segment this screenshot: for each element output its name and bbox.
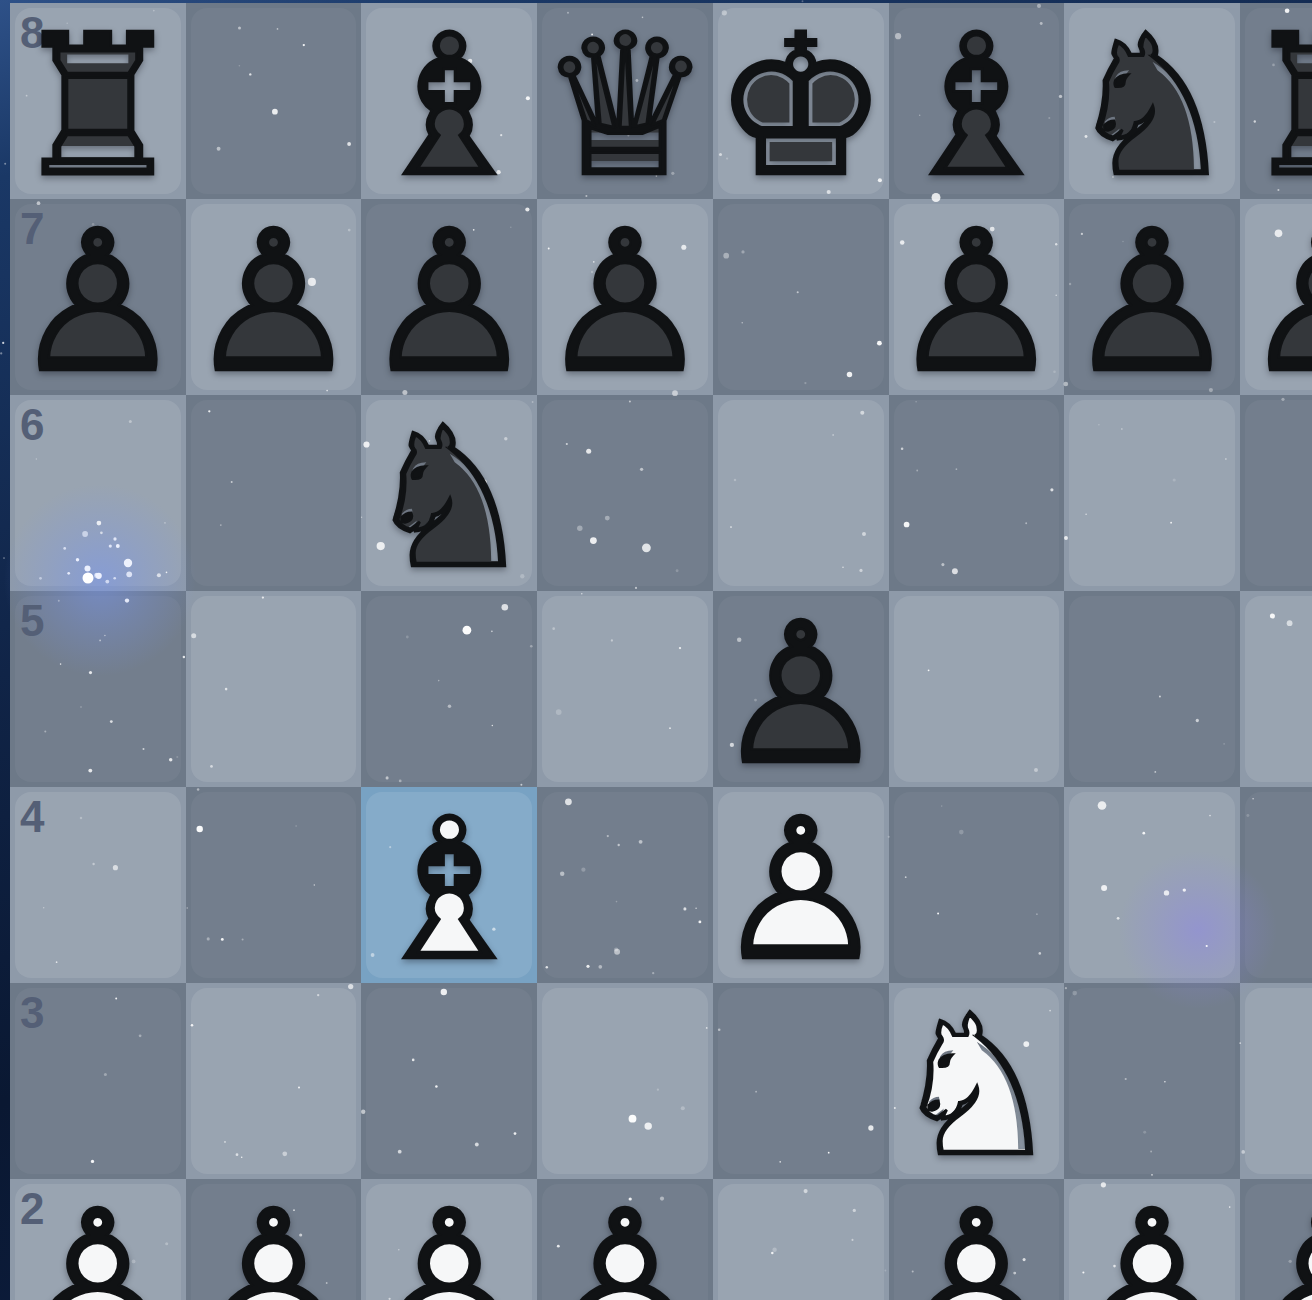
square-h7[interactable]: ♟♙ [1240,199,1312,395]
square-h8[interactable]: ♜♖ [1240,3,1312,199]
black-pawn-outline: ♙ [889,204,1065,400]
square-a7[interactable]: 7♟♙ [10,199,186,395]
piece-black-knight[interactable]: ♞♘ [361,395,537,591]
black-knight-outline: ♘ [1064,8,1240,204]
piece-black-pawn[interactable]: ♟♙ [537,199,713,395]
square-f3[interactable]: ♞♘ [889,983,1065,1179]
white-pawn-outline: ♙ [186,1184,362,1300]
rank-label-3: 3 [20,991,44,1035]
piece-white-bishop[interactable]: ♝♗ [361,787,537,983]
square-c8[interactable]: ♝♗ [361,3,537,199]
black-pawn-outline: ♙ [713,596,889,792]
piece-black-pawn[interactable]: ♟♙ [361,199,537,395]
square-h3[interactable] [1240,983,1312,1179]
square-tile [15,988,181,1174]
square-d3[interactable] [537,983,713,1179]
square-d7[interactable]: ♟♙ [537,199,713,395]
square-b6[interactable] [186,395,362,591]
square-a5[interactable]: 5 [10,591,186,787]
piece-white-pawn[interactable]: ♟♙ [361,1179,537,1300]
square-e6[interactable] [713,395,889,591]
piece-white-knight[interactable]: ♞♘ [889,983,1065,1179]
square-d4[interactable] [537,787,713,983]
square-a4[interactable]: 4 [10,787,186,983]
square-g2[interactable]: ♟♙ [1064,1179,1240,1300]
white-pawn-outline: ♙ [889,1184,1065,1300]
black-knight-outline: ♘ [361,400,537,596]
piece-black-knight[interactable]: ♞♘ [1064,3,1240,199]
square-e5[interactable]: ♟♙ [713,591,889,787]
square-e8[interactable]: ♚♔ [713,3,889,199]
rank-label-5: 5 [20,599,44,643]
square-d2[interactable]: ♟♙ [537,1179,713,1300]
square-c6[interactable]: ♞♘ [361,395,537,591]
square-tile [718,204,884,390]
black-bishop-outline: ♗ [361,8,537,204]
piece-white-pawn[interactable]: ♟♙ [10,1179,186,1300]
black-queen-outline: ♕ [537,8,713,204]
square-b2[interactable]: ♟♙ [186,1179,362,1300]
square-e2[interactable] [713,1179,889,1300]
square-tile [191,400,357,586]
black-king-outline: ♔ [713,8,889,204]
piece-black-rook[interactable]: ♜♖ [10,3,186,199]
piece-black-pawn[interactable]: ♟♙ [1240,199,1312,395]
square-tile [1245,596,1312,782]
black-pawn-outline: ♙ [1240,204,1312,400]
square-f8[interactable]: ♝♗ [889,3,1065,199]
square-g4[interactable] [1064,787,1240,983]
square-tile [191,988,357,1174]
square-tile [718,1184,884,1300]
square-d6[interactable] [537,395,713,591]
square-tile [718,988,884,1174]
square-tile [15,400,181,586]
piece-white-pawn[interactable]: ♟♙ [713,787,889,983]
square-tile [542,988,708,1174]
square-g8[interactable]: ♞♘ [1064,3,1240,199]
piece-black-pawn[interactable]: ♟♙ [186,199,362,395]
piece-white-pawn[interactable]: ♟♙ [537,1179,713,1300]
square-g5[interactable] [1064,591,1240,787]
chess-app-scene: 8♜♖♝♗♛♕♚♔♝♗♞♘♜♖7♟♙♟♙♟♙♟♙♟♙♟♙♟♙6♞♘5♟♙4♝♗♟… [0,0,1312,1300]
piece-black-rook[interactable]: ♜♖ [1240,3,1312,199]
square-tile [1069,988,1235,1174]
square-b8[interactable] [186,3,362,199]
square-tile [191,792,357,978]
square-f5[interactable] [889,591,1065,787]
black-pawn-outline: ♙ [1064,204,1240,400]
square-tile [1069,400,1235,586]
piece-black-pawn[interactable]: ♟♙ [713,591,889,787]
square-g3[interactable] [1064,983,1240,1179]
piece-black-bishop[interactable]: ♝♗ [361,3,537,199]
square-e3[interactable] [713,983,889,1179]
rank-label-4: 4 [20,795,44,839]
black-rook-outline: ♖ [10,8,186,204]
square-tile [894,400,1060,586]
square-d8[interactable]: ♛♕ [537,3,713,199]
white-bishop-outline: ♗ [361,792,537,988]
square-h5[interactable] [1240,591,1312,787]
square-tile [542,596,708,782]
piece-white-pawn[interactable]: ♟♙ [1240,1179,1312,1300]
square-tile [366,988,532,1174]
square-tile [1069,596,1235,782]
square-h2[interactable]: ♟♙ [1240,1179,1312,1300]
white-pawn-outline: ♙ [10,1184,186,1300]
square-tile [894,792,1060,978]
white-pawn-outline: ♙ [1064,1184,1240,1300]
square-tile [1245,792,1312,978]
square-tile [1245,988,1312,1174]
square-tile [718,400,884,586]
piece-white-pawn[interactable]: ♟♙ [1064,1179,1240,1300]
square-tile [366,596,532,782]
white-pawn-outline: ♙ [713,792,889,988]
square-a2[interactable]: 2♟♙ [10,1179,186,1300]
square-f4[interactable] [889,787,1065,983]
piece-white-pawn[interactable]: ♟♙ [186,1179,362,1300]
square-c5[interactable] [361,591,537,787]
piece-black-king[interactable]: ♚♔ [713,3,889,199]
square-e7[interactable] [713,199,889,395]
white-pawn-outline: ♙ [1240,1184,1312,1300]
white-pawn-outline: ♙ [537,1184,713,1300]
square-tile [542,792,708,978]
square-f7[interactable]: ♟♙ [889,199,1065,395]
square-g7[interactable]: ♟♙ [1064,199,1240,395]
square-c3[interactable] [361,983,537,1179]
piece-white-pawn[interactable]: ♟♙ [889,1179,1065,1300]
black-bishop-outline: ♗ [889,8,1065,204]
white-pawn-outline: ♙ [361,1184,537,1300]
square-tile [15,596,181,782]
square-e4[interactable]: ♟♙ [713,787,889,983]
chess-board: 8♜♖♝♗♛♕♚♔♝♗♞♘♜♖7♟♙♟♙♟♙♟♙♟♙♟♙♟♙6♞♘5♟♙4♝♗♟… [10,3,1294,1287]
square-h4[interactable] [1240,787,1312,983]
square-g6[interactable] [1064,395,1240,591]
square-a8[interactable]: 8♜♖ [10,3,186,199]
square-a6[interactable]: 6 [10,395,186,591]
black-pawn-outline: ♙ [361,204,537,400]
square-tile [1245,400,1312,586]
white-knight-outline: ♘ [889,988,1065,1184]
square-b4[interactable] [186,787,362,983]
square-b3[interactable] [186,983,362,1179]
square-tile [191,596,357,782]
square-f2[interactable]: ♟♙ [889,1179,1065,1300]
piece-black-pawn[interactable]: ♟♙ [1064,199,1240,395]
piece-black-pawn[interactable]: ♟♙ [889,199,1065,395]
square-b5[interactable] [186,591,362,787]
piece-black-queen[interactable]: ♛♕ [537,3,713,199]
square-tile [191,8,357,194]
square-a3[interactable]: 3 [10,983,186,1179]
black-pawn-outline: ♙ [537,204,713,400]
square-tile [894,596,1060,782]
square-c4[interactable]: ♝♗ [361,787,537,983]
square-c2[interactable]: ♟♙ [361,1179,537,1300]
square-b7[interactable]: ♟♙ [186,199,362,395]
black-pawn-outline: ♙ [186,204,362,400]
piece-black-bishop[interactable]: ♝♗ [889,3,1065,199]
black-pawn-outline: ♙ [10,204,186,400]
square-d5[interactable] [537,591,713,787]
piece-black-pawn[interactable]: ♟♙ [10,199,186,395]
square-f6[interactable] [889,395,1065,591]
square-c7[interactable]: ♟♙ [361,199,537,395]
square-tile [542,400,708,586]
square-tile [15,792,181,978]
black-rook-outline: ♖ [1240,8,1312,204]
square-tile [1069,792,1235,978]
square-h6[interactable] [1240,395,1312,591]
